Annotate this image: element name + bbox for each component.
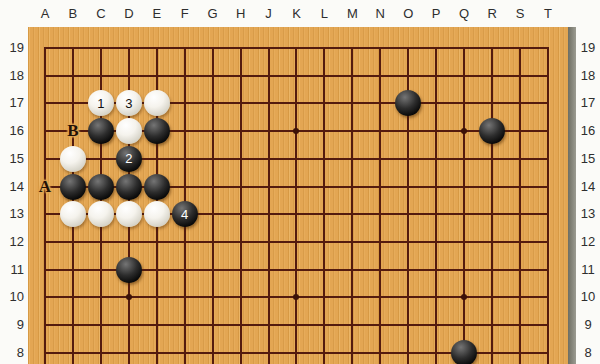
row-label-left: 19 <box>0 40 24 56</box>
row-label-left: 12 <box>0 234 24 250</box>
row-label-left: 14 <box>0 179 24 195</box>
column-label: R <box>483 6 501 22</box>
row-label-right: 14 <box>576 179 600 195</box>
column-label: E <box>148 6 166 22</box>
row-label-left: 17 <box>0 95 24 111</box>
grid-line-horizontal <box>44 324 549 326</box>
column-label: F <box>176 6 194 22</box>
stone-black <box>88 174 114 200</box>
row-label-left: 15 <box>0 151 24 167</box>
row-label-right: 11 <box>576 262 600 278</box>
stone-black <box>116 257 142 283</box>
grid-line-horizontal <box>44 47 549 49</box>
row-label-right: 17 <box>576 95 600 111</box>
point-label: B <box>62 122 84 140</box>
row-label-left: 16 <box>0 123 24 139</box>
column-label: H <box>232 6 250 22</box>
column-label: M <box>343 6 361 22</box>
row-label-left: 18 <box>0 68 24 84</box>
column-label: N <box>371 6 389 22</box>
row-label-right: 10 <box>576 289 600 305</box>
stone-white <box>144 201 170 227</box>
grid-line-horizontal <box>44 75 549 77</box>
column-label: K <box>287 6 305 22</box>
grid-line-vertical <box>212 47 214 364</box>
column-label: G <box>204 6 222 22</box>
stone-black <box>451 340 477 364</box>
row-label-right: 15 <box>576 151 600 167</box>
column-label: P <box>427 6 445 22</box>
grid-line-vertical <box>547 47 549 364</box>
column-label: B <box>64 6 82 22</box>
row-label-right: 18 <box>576 68 600 84</box>
stone-black: 2 <box>116 146 142 172</box>
row-label-right: 16 <box>576 123 600 139</box>
row-label-left: 10 <box>0 289 24 305</box>
move-number: 2 <box>125 152 132 165</box>
row-label-left: 13 <box>0 206 24 222</box>
column-label: S <box>511 6 529 22</box>
grid-line-vertical <box>323 47 325 364</box>
column-label: C <box>92 6 110 22</box>
column-label: O <box>399 6 417 22</box>
stone-white <box>88 201 114 227</box>
grid-line-vertical <box>435 47 437 364</box>
grid-line-vertical <box>240 47 242 364</box>
grid-line-vertical <box>519 47 521 364</box>
row-label-right: 8 <box>576 345 600 361</box>
stone-black <box>144 174 170 200</box>
grid-line-vertical <box>44 47 46 364</box>
move-number: 4 <box>181 208 188 221</box>
grid-line-vertical <box>463 47 465 364</box>
row-label-left: 8 <box>0 345 24 361</box>
stone-black <box>60 174 86 200</box>
stone-black <box>116 174 142 200</box>
row-label-right: 19 <box>576 40 600 56</box>
move-number: 3 <box>125 97 132 110</box>
grid-line-vertical <box>268 47 270 364</box>
grid-line-vertical <box>295 47 297 364</box>
row-label-right: 12 <box>576 234 600 250</box>
stone-black <box>144 118 170 144</box>
column-label: L <box>315 6 333 22</box>
row-label-right: 9 <box>576 317 600 333</box>
grid-line-vertical <box>491 47 493 364</box>
grid-line-horizontal <box>44 241 549 243</box>
board-edge-shadow <box>568 27 576 364</box>
move-number: 1 <box>97 97 104 110</box>
stone-white <box>60 146 86 172</box>
row-label-left: 9 <box>0 317 24 333</box>
row-label-right: 13 <box>576 206 600 222</box>
go-diagram: ABCDEFGHJKLMNOPQRST191918181717161615151… <box>0 0 600 364</box>
grid-line-vertical <box>379 47 381 364</box>
column-label: Q <box>455 6 473 22</box>
column-label: J <box>260 6 278 22</box>
column-label: T <box>539 6 557 22</box>
column-label: A <box>36 6 54 22</box>
stone-white <box>116 118 142 144</box>
stone-black <box>88 118 114 144</box>
stone-black: 4 <box>172 201 198 227</box>
stone-white <box>116 201 142 227</box>
column-label: D <box>120 6 138 22</box>
row-label-left: 11 <box>0 262 24 278</box>
point-label: A <box>34 178 56 196</box>
grid-line-vertical <box>351 47 353 364</box>
